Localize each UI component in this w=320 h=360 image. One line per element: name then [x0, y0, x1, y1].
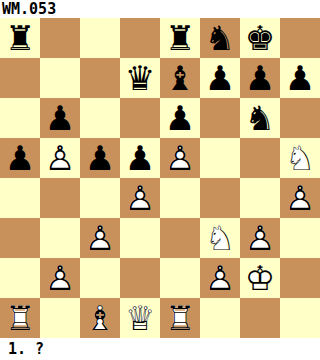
square-g1[interactable] — [240, 298, 280, 338]
square-d3[interactable] — [120, 218, 160, 258]
piece-white-pawn: ♙ — [80, 218, 120, 258]
square-e6[interactable]: ♟ — [160, 98, 200, 138]
square-a8[interactable]: ♜ — [0, 18, 40, 58]
square-d7[interactable]: ♛ — [120, 58, 160, 98]
piece-white-king: ♔ — [240, 258, 280, 298]
square-c5[interactable]: ♟ — [80, 138, 120, 178]
piece-white-knight: ♘ — [280, 138, 320, 178]
square-a5[interactable]: ♟ — [0, 138, 40, 178]
square-h3[interactable] — [280, 218, 320, 258]
piece-black-pawn: ♟ — [280, 58, 320, 98]
square-d2[interactable] — [120, 258, 160, 298]
piece-black-pawn: ♟ — [200, 58, 240, 98]
square-h1[interactable] — [280, 298, 320, 338]
square-c1[interactable]: ♝♗ — [80, 298, 120, 338]
square-f6[interactable] — [200, 98, 240, 138]
square-a6[interactable] — [0, 98, 40, 138]
square-e4[interactable] — [160, 178, 200, 218]
square-b1[interactable] — [40, 298, 80, 338]
title-bar: WM.053 — [0, 0, 320, 18]
piece-black-pawn: ♟ — [0, 138, 40, 178]
square-a4[interactable] — [0, 178, 40, 218]
square-b4[interactable] — [40, 178, 80, 218]
square-f8[interactable]: ♞ — [200, 18, 240, 58]
square-b6[interactable]: ♟ — [40, 98, 80, 138]
piece-white-bishop: ♗ — [80, 298, 120, 338]
square-b8[interactable] — [40, 18, 80, 58]
piece-white-rook: ♖ — [0, 298, 40, 338]
square-h8[interactable] — [280, 18, 320, 58]
square-d5[interactable]: ♟ — [120, 138, 160, 178]
piece-black-pawn: ♟ — [240, 58, 280, 98]
piece-white-pawn: ♙ — [200, 258, 240, 298]
square-d8[interactable] — [120, 18, 160, 58]
square-f5[interactable] — [200, 138, 240, 178]
square-e2[interactable] — [160, 258, 200, 298]
square-g5[interactable] — [240, 138, 280, 178]
square-h7[interactable]: ♟ — [280, 58, 320, 98]
square-e3[interactable] — [160, 218, 200, 258]
square-h6[interactable] — [280, 98, 320, 138]
piece-black-pawn: ♟ — [160, 98, 200, 138]
square-e7[interactable]: ♝ — [160, 58, 200, 98]
square-a3[interactable] — [0, 218, 40, 258]
piece-white-pawn: ♙ — [280, 178, 320, 218]
square-c2[interactable] — [80, 258, 120, 298]
piece-black-king: ♚ — [240, 18, 280, 58]
move-prompt: 1. ? — [0, 338, 44, 360]
piece-black-pawn: ♟ — [80, 138, 120, 178]
square-g7[interactable]: ♟ — [240, 58, 280, 98]
piece-black-rook: ♜ — [160, 18, 200, 58]
piece-white-queen: ♕ — [120, 298, 160, 338]
square-d6[interactable] — [120, 98, 160, 138]
status-bar: 1. ? — [0, 338, 320, 360]
square-b2[interactable]: ♟♙ — [40, 258, 80, 298]
piece-white-rook: ♖ — [160, 298, 200, 338]
piece-white-pawn: ♙ — [160, 138, 200, 178]
piece-black-pawn: ♟ — [40, 98, 80, 138]
piece-white-pawn: ♙ — [240, 218, 280, 258]
square-c3[interactable]: ♟♙ — [80, 218, 120, 258]
piece-white-pawn: ♙ — [40, 138, 80, 178]
square-g4[interactable] — [240, 178, 280, 218]
square-f3[interactable]: ♞♘ — [200, 218, 240, 258]
square-d4[interactable]: ♟♙ — [120, 178, 160, 218]
square-a2[interactable] — [0, 258, 40, 298]
square-b3[interactable] — [40, 218, 80, 258]
square-d1[interactable]: ♛♕ — [120, 298, 160, 338]
square-g3[interactable]: ♟♙ — [240, 218, 280, 258]
square-f2[interactable]: ♟♙ — [200, 258, 240, 298]
square-c8[interactable] — [80, 18, 120, 58]
square-h5[interactable]: ♞♘ — [280, 138, 320, 178]
square-h2[interactable] — [280, 258, 320, 298]
square-c7[interactable] — [80, 58, 120, 98]
square-f7[interactable]: ♟ — [200, 58, 240, 98]
square-f1[interactable] — [200, 298, 240, 338]
piece-black-knight: ♞ — [200, 18, 240, 58]
puzzle-id: WM.053 — [0, 0, 56, 18]
square-g2[interactable]: ♚♔ — [240, 258, 280, 298]
chess-board: ♜♜♞♚♛♝♟♟♟♟♟♞♟♟♙♟♟♟♙♞♘♟♙♟♙♟♙♞♘♟♙♟♙♟♙♚♔♜♖♝… — [0, 18, 320, 338]
piece-white-pawn: ♙ — [40, 258, 80, 298]
piece-white-pawn: ♙ — [120, 178, 160, 218]
square-e8[interactable]: ♜ — [160, 18, 200, 58]
piece-black-queen: ♛ — [120, 58, 160, 98]
square-c4[interactable] — [80, 178, 120, 218]
square-a7[interactable] — [0, 58, 40, 98]
square-b5[interactable]: ♟♙ — [40, 138, 80, 178]
piece-black-knight: ♞ — [240, 98, 280, 138]
square-b7[interactable] — [40, 58, 80, 98]
square-f4[interactable] — [200, 178, 240, 218]
square-g6[interactable]: ♞ — [240, 98, 280, 138]
square-e1[interactable]: ♜♖ — [160, 298, 200, 338]
square-h4[interactable]: ♟♙ — [280, 178, 320, 218]
piece-black-bishop: ♝ — [160, 58, 200, 98]
square-a1[interactable]: ♜♖ — [0, 298, 40, 338]
piece-black-pawn: ♟ — [120, 138, 160, 178]
square-g8[interactable]: ♚ — [240, 18, 280, 58]
piece-black-rook: ♜ — [0, 18, 40, 58]
piece-white-knight: ♘ — [200, 218, 240, 258]
square-c6[interactable] — [80, 98, 120, 138]
square-e5[interactable]: ♟♙ — [160, 138, 200, 178]
